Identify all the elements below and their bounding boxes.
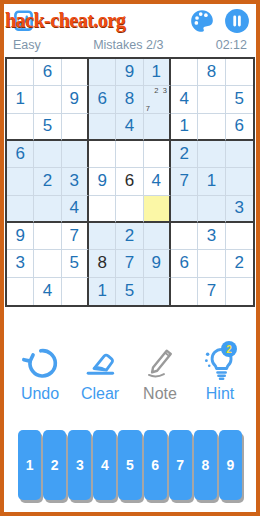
status-bar: Easy Mistakes 2/3 02:12 [13, 36, 247, 53]
cell-r4c1[interactable]: 6 [7, 141, 34, 168]
numpad: 123456789 [18, 430, 242, 500]
cell-r2c4[interactable]: 6 [89, 86, 116, 113]
cell-r2c2[interactable] [34, 86, 61, 113]
cell-r6c4[interactable] [89, 196, 116, 223]
cell-r7c1[interactable]: 9 [7, 223, 34, 250]
cell-r6c6[interactable] [144, 196, 171, 223]
pencil-notes: 237 [144, 86, 169, 112]
cell-r5c9[interactable] [226, 168, 253, 195]
cell-r9c3[interactable] [62, 278, 89, 305]
cell-r5c6[interactable]: 4 [144, 168, 171, 195]
cell-r8c9[interactable]: 2 [226, 250, 253, 277]
cell-r4c9[interactable] [226, 141, 253, 168]
cell-r8c8[interactable] [198, 250, 225, 277]
mistakes-counter: Mistakes 2/3 [41, 38, 216, 52]
cell-r9c7[interactable] [171, 278, 198, 305]
numpad-button-1[interactable]: 1 [18, 430, 41, 500]
pencil-icon [141, 344, 179, 382]
cell-r4c7[interactable]: 2 [171, 141, 198, 168]
tool-bar: Undo Clear Note [10, 344, 250, 403]
cell-r8c2[interactable] [34, 250, 61, 277]
cell-r6c2[interactable] [34, 196, 61, 223]
cell-r3c8[interactable] [198, 114, 225, 141]
cell-r5c8[interactable]: 1 [198, 168, 225, 195]
cell-r8c4[interactable]: 8 [89, 250, 116, 277]
eraser-icon [81, 344, 119, 382]
numpad-button-9[interactable]: 9 [219, 430, 242, 500]
cell-r3c9[interactable]: 6 [226, 114, 253, 141]
cell-r7c9[interactable] [226, 223, 253, 250]
clear-label: Clear [81, 385, 119, 403]
cell-r4c2[interactable] [34, 141, 61, 168]
note-button[interactable]: Note [132, 344, 188, 403]
sudoku-grid[interactable]: 6918196823745541662239647143972335879624… [5, 57, 255, 307]
cell-r8c7[interactable]: 6 [171, 250, 198, 277]
cell-r5c7[interactable]: 7 [171, 168, 198, 195]
cell-r7c8[interactable]: 3 [198, 223, 225, 250]
cell-r1c7[interactable] [171, 59, 198, 86]
cell-r2c1[interactable]: 1 [7, 86, 34, 113]
cell-r8c6[interactable]: 9 [144, 250, 171, 277]
cell-r8c1[interactable]: 3 [7, 250, 34, 277]
cell-r9c4[interactable]: 1 [89, 278, 116, 305]
cell-r2c7[interactable]: 4 [171, 86, 198, 113]
numpad-button-5[interactable]: 5 [118, 430, 141, 500]
cell-r1c3[interactable] [62, 59, 89, 86]
numpad-button-7[interactable]: 7 [169, 430, 192, 500]
cell-r7c6[interactable] [144, 223, 171, 250]
cell-r3c5[interactable]: 4 [116, 114, 143, 141]
cell-r4c3[interactable] [62, 141, 89, 168]
cell-r7c7[interactable] [171, 223, 198, 250]
clear-button[interactable]: Clear [72, 344, 128, 403]
cell-r7c2[interactable] [34, 223, 61, 250]
cell-r9c9[interactable] [226, 278, 253, 305]
undo-label: Undo [21, 385, 59, 403]
cell-r8c5[interactable]: 7 [116, 250, 143, 277]
cell-r1c8[interactable]: 8 [198, 59, 225, 86]
undo-icon [21, 344, 59, 382]
cell-r6c1[interactable] [7, 196, 34, 223]
lightbulb-icon: 2 [201, 344, 239, 382]
cell-r1c1[interactable] [7, 59, 34, 86]
cell-r8c3[interactable]: 5 [62, 250, 89, 277]
cell-r7c3[interactable]: 7 [62, 223, 89, 250]
cell-r4c4[interactable] [89, 141, 116, 168]
cell-r5c3[interactable]: 3 [62, 168, 89, 195]
cell-r2c8[interactable] [198, 86, 225, 113]
cell-r3c3[interactable] [62, 114, 89, 141]
numpad-button-3[interactable]: 3 [68, 430, 91, 500]
numpad-button-2[interactable]: 2 [43, 430, 66, 500]
numpad-button-4[interactable]: 4 [93, 430, 116, 500]
cell-r5c2[interactable]: 2 [34, 168, 61, 195]
watermark: hack-cheat.org [5, 9, 125, 32]
cell-r6c5[interactable] [116, 196, 143, 223]
numpad-button-6[interactable]: 6 [144, 430, 167, 500]
difficulty-label: Easy [13, 38, 41, 52]
cell-r3c4[interactable] [89, 114, 116, 141]
cell-r7c5[interactable]: 2 [116, 223, 143, 250]
cell-r1c2[interactable]: 6 [34, 59, 61, 86]
cell-r1c4[interactable] [89, 59, 116, 86]
cell-r5c5[interactable]: 6 [116, 168, 143, 195]
cell-r9c5[interactable]: 5 [116, 278, 143, 305]
cell-r5c4[interactable]: 9 [89, 168, 116, 195]
palette-icon[interactable] [189, 8, 215, 34]
cell-r7c4[interactable] [89, 223, 116, 250]
cell-r6c9[interactable]: 3 [226, 196, 253, 223]
cell-r4c5[interactable] [116, 141, 143, 168]
cell-r2c5[interactable]: 8 [116, 86, 143, 113]
cell-r9c2[interactable]: 4 [34, 278, 61, 305]
cell-r3c1[interactable] [7, 114, 34, 141]
cell-r2c6[interactable]: 237 [144, 86, 171, 113]
note-label: Note [143, 385, 177, 403]
cell-r3c6[interactable] [144, 114, 171, 141]
cell-r1c6[interactable]: 1 [144, 59, 171, 86]
cell-r6c7[interactable] [171, 196, 198, 223]
cell-r3c7[interactable]: 1 [171, 114, 198, 141]
cell-r1c5[interactable]: 9 [116, 59, 143, 86]
undo-button[interactable]: Undo [12, 344, 68, 403]
hint-count-badge: 2 [221, 341, 237, 357]
hint-label: Hint [206, 385, 234, 403]
cell-r2c3[interactable]: 9 [62, 86, 89, 113]
cell-r6c8[interactable] [198, 196, 225, 223]
timer: 02:12 [216, 38, 247, 52]
cell-r6c3[interactable]: 4 [62, 196, 89, 223]
cell-r1c9[interactable] [226, 59, 253, 86]
cell-r9c8[interactable]: 7 [198, 278, 225, 305]
cell-r9c1[interactable] [7, 278, 34, 305]
cell-r9c6[interactable] [144, 278, 171, 305]
numpad-button-8[interactable]: 8 [194, 430, 217, 500]
hint-button[interactable]: 2 Hint [192, 344, 248, 403]
cell-r5c1[interactable] [7, 168, 34, 195]
cell-r3c2[interactable]: 5 [34, 114, 61, 141]
cell-r4c6[interactable] [144, 141, 171, 168]
pause-icon[interactable] [224, 8, 250, 34]
cell-r2c9[interactable]: 5 [226, 86, 253, 113]
cell-r4c8[interactable] [198, 141, 225, 168]
